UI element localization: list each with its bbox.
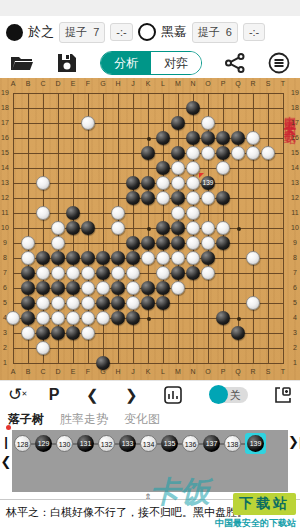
move-node-138[interactable]: 138: [224, 435, 241, 452]
white-timer: -:-: [243, 23, 265, 41]
move-node-135[interactable]: 135: [161, 435, 178, 452]
go-stone-white: [36, 206, 50, 220]
go-stone-white: [51, 266, 65, 280]
go-stone-black: [51, 251, 65, 265]
go-stone-black: [201, 131, 215, 145]
go-stone-black: [51, 326, 65, 340]
coord-letter-bottom: T: [277, 368, 289, 376]
analysis-toggle[interactable]: 关: [209, 385, 248, 404]
go-stone-white: [81, 296, 95, 310]
go-stone-white: [51, 221, 65, 235]
coord-letter-bottom: M: [172, 368, 184, 376]
go-stone-white: [171, 161, 185, 175]
star-point: [147, 227, 151, 231]
undo-icon[interactable]: ↺✕: [8, 385, 22, 405]
star-point: [147, 317, 151, 321]
tab-variation-diagram[interactable]: 变化图: [124, 411, 160, 428]
go-stone-black: [171, 266, 185, 280]
go-stone-white: [51, 296, 65, 310]
coord-letter-top: L: [157, 80, 169, 88]
coord-number-right: 1: [289, 359, 300, 367]
last-move-number: 139: [201, 176, 215, 190]
go-stone-black: [156, 161, 170, 175]
go-stone-white: [111, 221, 125, 235]
coord-letter-bottom: C: [37, 368, 49, 376]
go-stone-white: [246, 131, 260, 145]
move-node-128[interactable]: 128: [14, 435, 31, 452]
go-stone-black: [216, 191, 230, 205]
go-stone-white: [201, 221, 215, 235]
go-stone-white: [6, 311, 20, 325]
go-stone-black: [111, 251, 125, 265]
go-stone-black: [36, 326, 50, 340]
go-stone-black: [126, 236, 140, 250]
move-node-134[interactable]: 134: [140, 435, 157, 452]
grid-line-h: [13, 363, 284, 364]
go-board[interactable]: 中国最安全的下载站 AABBCCDDEEFFGGHHJJKKLLMMNNOOPP…: [0, 78, 300, 380]
last-move-marker: [199, 173, 204, 178]
go-stone-white: [186, 221, 200, 235]
strip-first-move-button[interactable]: |❮: [0, 432, 12, 452]
go-stone-black: [186, 266, 200, 280]
go-stone-white: [156, 266, 170, 280]
go-stone-white: [81, 311, 95, 325]
go-stone-white: [201, 146, 215, 160]
coord-number-right: 7: [289, 269, 300, 277]
coord-letter-bottom: D: [52, 368, 64, 376]
next-move-icon[interactable]: ❯: [125, 385, 138, 405]
go-stone-black: [231, 131, 245, 145]
go-stone-white: [51, 236, 65, 250]
go-stone-black: [171, 116, 185, 130]
coord-letter-bottom: H: [112, 368, 124, 376]
black-captures-badge: 提子 7: [59, 22, 105, 43]
go-stone-black: [126, 251, 140, 265]
coord-number-left: 6: [0, 284, 11, 292]
go-stone-white: [186, 176, 200, 190]
star-point: [237, 317, 241, 321]
coord-letter-bottom: P: [217, 368, 229, 376]
coord-number-left: 8: [0, 254, 11, 262]
go-stone-black: [156, 281, 170, 295]
coord-letter-top: D: [52, 80, 64, 88]
go-stone-black: [216, 236, 230, 250]
coord-letter-bottom: F: [82, 368, 94, 376]
coord-letter-top: G: [97, 80, 109, 88]
coord-letter-bottom: O: [202, 368, 214, 376]
coord-number-left: 10: [0, 224, 11, 232]
go-stone-white: [36, 311, 50, 325]
coord-number-left: 14: [0, 164, 11, 172]
go-stone-white: [186, 146, 200, 160]
black-stone-icon: [6, 24, 23, 41]
coord-letter-bottom: E: [67, 368, 79, 376]
go-stone-black: [186, 101, 200, 115]
go-stone-black: [21, 281, 35, 295]
tab-notification-dot: [6, 425, 11, 430]
go-stone-black: [171, 236, 185, 250]
coord-letter-top: O: [202, 80, 214, 88]
go-stone-black: [81, 251, 95, 265]
go-stone-black: [81, 221, 95, 235]
black-captures-value: 7: [93, 26, 99, 38]
coord-letter-bottom: R: [247, 368, 259, 376]
go-stone-white: [66, 266, 80, 280]
coord-number-left: 13: [0, 179, 11, 187]
go-stone-black: [21, 296, 35, 310]
go-stone-black: [66, 326, 80, 340]
go-stone-white: [261, 146, 275, 160]
go-stone-black: [111, 296, 125, 310]
white-captures-badge: 提子 6: [192, 22, 238, 43]
tab-move-tree[interactable]: 落子树: [8, 411, 44, 428]
player-bar: 於之 提子 7 -:- 黑嘉 提子 6 -:-: [0, 16, 300, 48]
go-stone-white: [36, 341, 50, 355]
go-stone-black: [141, 236, 155, 250]
coord-number-right: 13: [289, 179, 300, 187]
coord-number-left: 16: [0, 134, 11, 142]
go-stone-white: [216, 221, 230, 235]
go-stone-black: [156, 296, 170, 310]
coord-number-left: 12: [0, 194, 11, 202]
coord-number-right: 2: [289, 344, 300, 352]
menu-icon[interactable]: [268, 52, 290, 74]
go-stone-white: [201, 191, 215, 205]
coord-letter-top: M: [172, 80, 184, 88]
go-stone-black: [156, 236, 170, 250]
go-stone-black: [66, 251, 80, 265]
go-stone-white: [81, 266, 95, 280]
go-stone-black: [171, 191, 185, 205]
go-stone-black: [141, 191, 155, 205]
toggle-knob: [209, 385, 228, 404]
coord-number-left: 19: [0, 89, 11, 97]
coord-number-right: 3: [289, 329, 300, 337]
go-stone-white: [66, 311, 80, 325]
move-node-130[interactable]: 130: [56, 435, 73, 452]
go-stone-white: [126, 281, 140, 295]
go-stone-black: [111, 281, 125, 295]
save-icon[interactable]: [57, 53, 77, 73]
pass-button[interactable]: P: [49, 385, 60, 405]
share-icon[interactable]: [225, 53, 245, 73]
coord-number-left: 7: [0, 269, 11, 277]
coord-number-right: 14: [289, 164, 300, 172]
coord-number-left: 5: [0, 299, 11, 307]
strip-last-move-button[interactable]: ❯|: [288, 432, 300, 452]
coord-number-right: 15: [289, 149, 300, 157]
move-node-129[interactable]: 129: [35, 435, 52, 452]
coord-letter-bottom: S: [262, 368, 274, 376]
coord-number-right: 12: [289, 194, 300, 202]
go-stone-white: [171, 251, 185, 265]
black-player-name: 於之: [28, 23, 54, 41]
star-point: [147, 137, 151, 141]
go-stone-white: [36, 296, 50, 310]
white-captures-value: 6: [226, 26, 232, 38]
white-stone-icon: [138, 23, 156, 41]
go-stone-black: [156, 131, 170, 145]
go-stone-black: [111, 311, 125, 325]
coord-number-right: 19: [289, 89, 300, 97]
move-node-131[interactable]: 131: [77, 435, 94, 452]
go-stone-white: [111, 266, 125, 280]
go-stone-white: [216, 161, 230, 175]
panel-tabs: 落子树 胜率走势 变化图: [0, 408, 300, 430]
go-stone-white: [201, 116, 215, 130]
coord-number-left: 11: [0, 209, 11, 217]
tab-analysis[interactable]: 分析: [101, 52, 151, 74]
coord-number-right: 4: [289, 314, 300, 322]
go-stone-white: [21, 251, 35, 265]
go-stone-white: [201, 236, 215, 250]
coord-letter-bottom: K: [142, 368, 154, 376]
current-move-highlight[interactable]: 139: [245, 433, 266, 454]
go-stone-white: [96, 311, 110, 325]
go-stone-white: [171, 176, 185, 190]
go-stone-white: [246, 146, 260, 160]
go-stone-black: [96, 251, 110, 265]
move-node-139[interactable]: 139: [247, 435, 264, 452]
watermark-logo: 卡饭: [150, 472, 210, 513]
go-stone-white: [186, 206, 200, 220]
go-stone-white: [141, 251, 155, 265]
coord-letter-top: R: [247, 80, 259, 88]
coord-letter-top: B: [22, 80, 34, 88]
coord-number-right: 16: [289, 134, 300, 142]
go-stone-black: [141, 281, 155, 295]
coord-number-left: 18: [0, 104, 11, 112]
coord-letter-bottom: A: [7, 368, 19, 376]
status-bar: [0, 0, 300, 16]
move-node-132[interactable]: 132: [98, 435, 115, 452]
go-stone-black: [96, 266, 110, 280]
go-stone-black: [186, 131, 200, 145]
go-stone-white: [156, 176, 170, 190]
grid-line-v: [283, 93, 284, 364]
go-stone-white: [36, 266, 50, 280]
go-stone-black: [66, 281, 80, 295]
prev-move-icon[interactable]: ❮: [86, 385, 99, 405]
go-stone-black: [231, 326, 245, 340]
coord-number-right: 8: [289, 254, 300, 262]
go-stone-black: [21, 266, 35, 280]
coord-number-right: 6: [289, 284, 300, 292]
coord-number-left: 9: [0, 239, 11, 247]
coord-number-right: 10: [289, 224, 300, 232]
coord-letter-bottom: J: [127, 368, 139, 376]
go-stone-white: [126, 296, 140, 310]
coord-letter-top: Q: [232, 80, 244, 88]
go-stone-white: [96, 281, 110, 295]
undo-x-mark: ✕: [21, 384, 27, 404]
coord-letter-top: K: [142, 80, 154, 88]
go-stone-white: [171, 281, 185, 295]
move-strip: 128129130131132133134135136137138139: [14, 433, 266, 454]
coord-letter-top: A: [7, 80, 19, 88]
go-stone-black: [51, 281, 65, 295]
coord-number-right: 9: [289, 239, 300, 247]
white-player-name: 黑嘉: [161, 23, 187, 41]
coord-letter-bottom: N: [187, 368, 199, 376]
go-stone-white: [21, 236, 35, 250]
go-stone-white: [66, 296, 80, 310]
coord-number-right: 11: [289, 209, 300, 217]
go-stone-white: [156, 191, 170, 205]
coord-letter-top: C: [37, 80, 49, 88]
go-stone-white: [186, 236, 200, 250]
coord-letter-top: N: [187, 80, 199, 88]
grid-line-v: [268, 93, 269, 364]
coord-letter-bottom: Q: [232, 368, 244, 376]
go-stone-white: [186, 161, 200, 175]
tab-play[interactable]: 对弈: [151, 52, 201, 74]
go-stone-white: [111, 206, 125, 220]
go-stone-black: [126, 191, 140, 205]
black-timer: -:-: [110, 23, 132, 41]
coord-letter-top: P: [217, 80, 229, 88]
coord-number-left: 2: [0, 344, 11, 352]
coord-number-left: 15: [0, 149, 11, 157]
go-stone-black: [141, 296, 155, 310]
go-stone-black: [36, 251, 50, 265]
go-stone-white: [81, 326, 95, 340]
open-folder-icon[interactable]: [10, 53, 34, 73]
go-stone-black: [216, 311, 230, 325]
go-stone-white: [246, 251, 260, 265]
go-stone-black: [126, 176, 140, 190]
review-controls: ↺✕ P ❮ ❯ 关: [0, 380, 300, 408]
move-node-137[interactable]: 137: [203, 435, 220, 452]
go-stone-white: [246, 296, 260, 310]
chart-icon[interactable]: [164, 386, 182, 404]
go-stone-white: [81, 281, 95, 295]
export-icon[interactable]: [274, 386, 292, 404]
go-stone-white: [186, 251, 200, 265]
go-stone-black: [36, 281, 50, 295]
go-stone-black: [96, 356, 110, 370]
coord-letter-top: J: [127, 80, 139, 88]
go-stone-white: [36, 176, 50, 190]
go-stone-black: [201, 251, 215, 265]
go-stone-white: [126, 266, 140, 280]
go-stone-black: [141, 146, 155, 160]
star-point: [237, 227, 241, 231]
coord-letter-bottom: L: [157, 368, 169, 376]
go-stone-black: [171, 221, 185, 235]
grid-line-h: [13, 348, 284, 349]
mode-switch: 分析 对弈: [100, 51, 202, 75]
go-stone-white: [156, 251, 170, 265]
go-stone-black: [21, 311, 35, 325]
go-stone-white: [186, 191, 200, 205]
go-stone-white: [81, 116, 95, 130]
watermark-badge: 下载站: [233, 493, 296, 515]
move-node-133[interactable]: 133: [119, 435, 136, 452]
coord-number-right: 18: [289, 104, 300, 112]
go-stone-black: [216, 131, 230, 145]
coord-letter-top: F: [82, 80, 94, 88]
go-stone-black: [156, 221, 170, 235]
coord-number-right: 17: [289, 119, 300, 127]
white-captures-label: 提子: [198, 26, 220, 38]
go-stone-black: [216, 146, 230, 160]
coord-letter-top: E: [67, 80, 79, 88]
go-stone-black: [66, 206, 80, 220]
go-stone-black: [141, 176, 155, 190]
go-stone-black: [96, 296, 110, 310]
go-stone-white: [21, 326, 35, 340]
coord-number-left: 17: [0, 119, 11, 127]
move-node-136[interactable]: 136: [182, 435, 199, 452]
go-stone-black: [126, 311, 140, 325]
coord-letter-top: T: [277, 80, 289, 88]
go-stone-white: [51, 311, 65, 325]
coord-letter-top: S: [262, 80, 274, 88]
coord-letter-bottom: B: [22, 368, 34, 376]
go-stone-black: [171, 146, 185, 160]
black-captures-label: 提子: [65, 26, 87, 38]
coord-letter-top: H: [112, 80, 124, 88]
go-stone-white: [171, 206, 185, 220]
tab-winrate-trend[interactable]: 胜率走势: [60, 411, 108, 428]
coord-number-left: 1: [0, 359, 11, 367]
go-stone-white: [231, 146, 245, 160]
go-stone-white: [201, 266, 215, 280]
top-toolbar: 分析 对弈: [0, 48, 300, 78]
watermark-small-text: 中国最安全的下载站: [215, 517, 296, 530]
coord-number-left: 3: [0, 329, 11, 337]
coord-number-right: 5: [289, 299, 300, 307]
go-stone-black: [66, 221, 80, 235]
